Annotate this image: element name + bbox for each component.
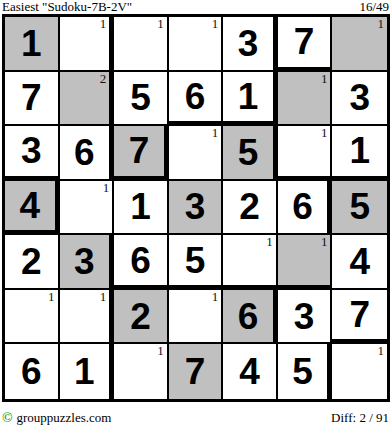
given-digit: 6 (292, 188, 313, 225)
cell-r5c2[interactable]: 2 (114, 290, 169, 345)
given-digit: 3 (294, 298, 315, 335)
cell-r6c4[interactable]: 4 (223, 344, 278, 399)
cell-r1c3[interactable]: 6 (169, 72, 224, 127)
cell-r1c6[interactable]: 3 (332, 72, 387, 127)
cell-r4c4[interactable]: 1 (223, 235, 278, 290)
given-digit: 4 (349, 243, 370, 280)
cell-r2c5[interactable]: 1 (278, 126, 333, 181)
cell-r5c5[interactable]: 3 (278, 290, 333, 345)
given-digit: 3 (185, 188, 206, 225)
given-digit: 5 (349, 188, 370, 225)
given-digit: 7 (21, 79, 42, 116)
given-digit: 4 (19, 187, 40, 224)
given-digit: 7 (349, 296, 370, 333)
cell-r3c3[interactable]: 3 (169, 181, 224, 236)
cell-r6c1[interactable]: 1 (60, 344, 115, 399)
page-title: Easiest "Sudoku-7B-2V" (2, 0, 132, 13)
given-digit: 5 (185, 242, 206, 279)
cell-r6c5[interactable]: 5 (278, 344, 333, 399)
pencil-mark: 1 (48, 290, 55, 304)
cell-r5c0[interactable]: 1 (5, 290, 60, 345)
pencil-mark: 1 (212, 17, 219, 31)
cell-r5c1[interactable]: 1 (60, 290, 115, 345)
cell-r4c6[interactable]: 4 (332, 235, 387, 290)
cell-r3c6[interactable]: 5 (332, 181, 387, 236)
cell-r0c2[interactable]: 1 (114, 17, 169, 72)
cell-r1c4[interactable]: 1 (223, 72, 278, 127)
cell-r0c3[interactable]: 1 (169, 17, 224, 72)
given-digit: 1 (238, 78, 259, 115)
cell-r3c0[interactable]: 4 (5, 181, 60, 236)
given-digit: 1 (130, 188, 151, 225)
pencil-mark: 1 (266, 235, 273, 249)
site-credit: ©grouppuzzles.com (2, 410, 111, 425)
given-digit: 3 (74, 243, 95, 280)
given-digit: 7 (294, 23, 315, 60)
pencil-mark: 1 (212, 290, 219, 304)
cell-r2c4[interactable]: 5 (223, 126, 278, 181)
pencil-mark: 1 (157, 344, 164, 358)
given-digit: 6 (238, 298, 259, 335)
given-digit: 2 (21, 243, 42, 280)
copyright-icon: © (2, 410, 12, 425)
cell-r0c6[interactable]: 1 (332, 17, 387, 72)
cell-r5c3[interactable]: 1 (169, 290, 224, 345)
cell-r5c6[interactable]: 7 (332, 290, 387, 345)
cell-r3c5[interactable]: 6 (278, 181, 333, 236)
cell-r6c3[interactable]: 7 (169, 344, 224, 399)
given-digit: 6 (74, 134, 95, 171)
given-digit: 7 (129, 132, 150, 169)
cell-r3c1[interactable]: 1 (60, 181, 115, 236)
cell-r5c4[interactable]: 6 (223, 290, 278, 345)
difficulty-label: Diff: 2 / 91 (331, 410, 389, 425)
pencil-mark: 1 (157, 17, 164, 31)
pencil-mark: 1 (321, 126, 328, 140)
given-digit: 5 (292, 353, 313, 390)
pencil-mark: 1 (321, 72, 328, 86)
cell-r0c5[interactable]: 7 (278, 17, 333, 72)
cell-r2c0[interactable]: 3 (5, 126, 60, 181)
given-digit: 2 (239, 188, 260, 225)
cell-r6c0[interactable]: 6 (5, 344, 60, 399)
cell-r0c0[interactable]: 1 (5, 17, 60, 72)
pencil-mark: 2 (100, 72, 107, 86)
cell-r4c5[interactable]: 1 (278, 235, 333, 290)
cell-r2c3[interactable]: 1 (169, 126, 224, 181)
cell-r6c6[interactable]: 1 (332, 344, 387, 399)
given-digit: 3 (349, 79, 370, 116)
given-digit: 6 (185, 78, 206, 115)
given-digit: 7 (185, 353, 206, 390)
given-digit: 4 (239, 353, 260, 390)
cell-r3c2[interactable]: 1 (114, 181, 169, 236)
pencil-mark: 1 (212, 126, 219, 140)
cell-r4c3[interactable]: 5 (169, 235, 224, 290)
given-digit: 5 (238, 134, 259, 171)
cell-r4c0[interactable]: 2 (5, 235, 60, 290)
cell-r1c1[interactable]: 2 (60, 72, 115, 127)
given-digit: 6 (130, 242, 151, 279)
footer: ©grouppuzzles.com Diff: 2 / 91 (2, 409, 389, 425)
cell-r0c4[interactable]: 3 (223, 17, 278, 72)
cell-r4c2[interactable]: 6 (114, 235, 169, 290)
given-digit: 3 (21, 132, 42, 169)
cell-r2c6[interactable]: 1 (332, 126, 387, 181)
cell-r3c4[interactable]: 2 (223, 181, 278, 236)
cell-r1c0[interactable]: 7 (5, 72, 60, 127)
pencil-mark: 1 (100, 290, 107, 304)
cell-r4c1[interactable]: 3 (60, 235, 115, 290)
cells-remaining-counter: 16/49 (359, 0, 389, 13)
header: Easiest "Sudoku-7B-2V" 16/49 (2, 0, 389, 13)
pencil-mark: 1 (377, 344, 384, 358)
pencil-mark: 1 (100, 17, 107, 31)
given-digit: 1 (349, 132, 370, 169)
pencil-mark: 1 (377, 17, 384, 31)
puzzle-page: Easiest "Sudoku-7B-2V" 16/49 11113717256… (0, 0, 391, 426)
pencil-mark: 1 (321, 235, 328, 249)
cell-r1c2[interactable]: 5 (114, 72, 169, 127)
given-digit: 1 (74, 353, 95, 390)
given-digit: 2 (130, 298, 151, 335)
given-digit: 3 (238, 25, 259, 62)
given-digit: 6 (21, 353, 42, 390)
given-digit: 1 (21, 25, 42, 62)
cell-r0c1[interactable]: 1 (60, 17, 115, 72)
site-name: grouppuzzles.com (16, 410, 111, 425)
pencil-mark: 1 (103, 181, 110, 195)
cell-r2c2[interactable]: 7 (114, 126, 169, 181)
given-digit: 5 (130, 79, 151, 116)
cell-r1c5[interactable]: 1 (278, 72, 333, 127)
cell-r2c1[interactable]: 6 (60, 126, 115, 181)
cell-r6c2[interactable]: 1 (114, 344, 169, 399)
sudoku-board: 1111371725611336715114113265236511411216… (2, 14, 390, 402)
